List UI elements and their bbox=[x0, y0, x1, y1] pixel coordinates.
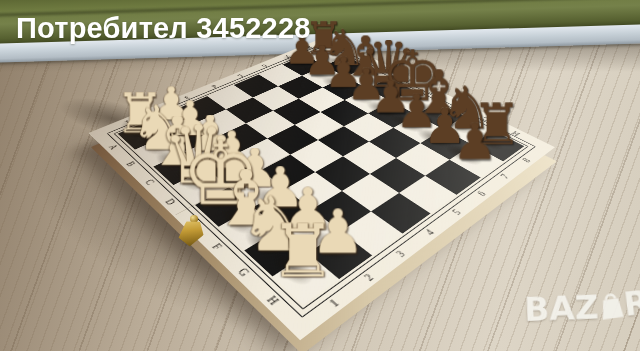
brass-latch bbox=[176, 215, 210, 251]
pieces-layer: ♜♞♝♛♚♝♞♜♟♟♟♟♟♟♟♟♟♟♟♟♟♟♟♟♜♞♝♛♚♝♞♜ bbox=[118, 46, 525, 305]
watermark-text-after: R bbox=[622, 287, 640, 320]
piece-glyph: ♟ bbox=[403, 123, 546, 162]
piece-glyph: ♜ bbox=[213, 222, 393, 280]
photo-scene: AA11BB22CC33DD44EE55FF66GG77HH88 ♜♞♝♛♚♝♞… bbox=[0, 0, 640, 351]
user-overlay-text: Потребител 3452228 bbox=[16, 12, 311, 45]
shopping-bag-icon bbox=[598, 289, 625, 321]
watermark-text-before: BAZ bbox=[524, 293, 600, 325]
chess-board-3d-wrapper: AA11BB22CC33DD44EE55FF66GG77HH88 ♜♞♝♛♚♝♞… bbox=[153, 0, 483, 305]
